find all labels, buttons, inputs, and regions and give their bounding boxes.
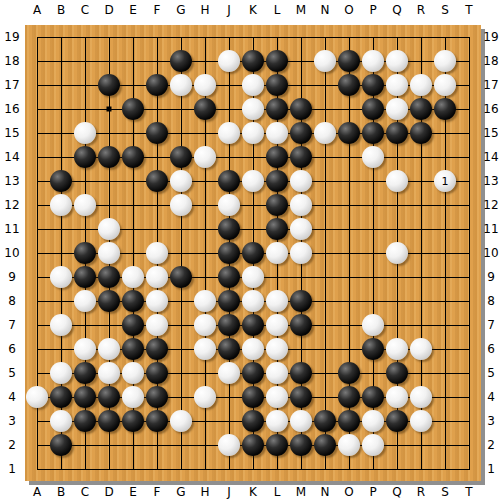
stone-black	[266, 98, 288, 120]
stone-black	[218, 314, 240, 336]
stone-black	[50, 434, 72, 456]
coord-label: 11	[483, 222, 498, 236]
stone-white	[50, 410, 72, 432]
coord-label: P	[369, 485, 376, 499]
go-board-screenshot: 1 ABCDEFGHJKLMNOPQRST ABCDEFGHJKLMNOPQRS…	[0, 0, 500, 500]
stone-white	[266, 314, 288, 336]
stone-black	[314, 434, 336, 456]
coord-label: 13	[4, 174, 19, 188]
coord-label: 3	[8, 414, 16, 428]
stone-white	[410, 386, 432, 408]
stone-black	[290, 434, 312, 456]
coord-label: L	[274, 485, 281, 499]
stone-white	[242, 74, 264, 96]
stone-white	[170, 194, 192, 216]
coord-label: 5	[8, 366, 16, 380]
stone-white	[170, 74, 192, 96]
stone-white	[50, 266, 72, 288]
coord-label: 8	[8, 294, 16, 308]
coord-label: L	[274, 3, 281, 17]
stone-white	[362, 50, 384, 72]
coord-label: O	[344, 485, 353, 499]
stone-black	[194, 98, 216, 120]
stone-black	[266, 146, 288, 168]
stone-black	[386, 362, 408, 384]
coord-label: 18	[483, 54, 498, 68]
stone-black	[146, 338, 168, 360]
coord-label: B	[57, 3, 65, 17]
coord-label: 15	[483, 126, 498, 140]
stone-white	[194, 146, 216, 168]
stone-black	[362, 386, 384, 408]
stone-black	[98, 386, 120, 408]
stone-black	[122, 314, 144, 336]
coord-label: 4	[8, 390, 16, 404]
stone-white	[266, 338, 288, 360]
coord-label: 19	[4, 30, 19, 44]
stone-white	[74, 194, 96, 216]
coord-label: K	[249, 485, 257, 499]
coord-label: 1	[8, 462, 16, 476]
stone-white	[170, 170, 192, 192]
coord-label: 2	[487, 438, 495, 452]
stone-black	[290, 314, 312, 336]
stone-black	[122, 98, 144, 120]
stone-black	[98, 266, 120, 288]
stone-white	[386, 98, 408, 120]
coord-label: 16	[4, 102, 19, 116]
coord-label: P	[369, 3, 376, 17]
coord-label: F	[154, 485, 161, 499]
stone-black	[362, 74, 384, 96]
stone-black	[242, 50, 264, 72]
coord-label: 4	[487, 390, 495, 404]
stone-black	[362, 122, 384, 144]
stone-black	[338, 74, 360, 96]
coord-label: T	[465, 485, 472, 499]
stone-white	[290, 218, 312, 240]
stone-black	[98, 410, 120, 432]
coord-label: 10	[4, 246, 19, 260]
coord-label: 3	[487, 414, 495, 428]
stone-white	[386, 74, 408, 96]
stone-white	[410, 74, 432, 96]
coord-label: B	[57, 485, 65, 499]
coord-label: 14	[4, 150, 19, 164]
stone-white	[290, 410, 312, 432]
stone-white	[266, 242, 288, 264]
stone-white	[362, 434, 384, 456]
stone-white	[242, 122, 264, 144]
coord-label: 18	[4, 54, 19, 68]
coord-label: C	[81, 3, 89, 17]
coord-label: 13	[483, 174, 498, 188]
stone-white	[50, 362, 72, 384]
stone-black	[242, 362, 264, 384]
stone-black	[410, 98, 432, 120]
stone-white	[218, 362, 240, 384]
move-number-label: 1	[442, 176, 449, 187]
stone-white	[410, 410, 432, 432]
stone-white	[146, 290, 168, 312]
coord-label: N	[321, 3, 330, 17]
stone-white	[242, 266, 264, 288]
coord-label: J	[227, 485, 231, 499]
coord-label: 6	[487, 342, 495, 356]
stone-black	[74, 410, 96, 432]
coord-label: R	[417, 485, 425, 499]
coord-label: E	[129, 485, 137, 499]
stone-white	[26, 386, 48, 408]
stone-black	[170, 146, 192, 168]
stone-white	[314, 122, 336, 144]
stone-black	[218, 218, 240, 240]
stone-white	[74, 338, 96, 360]
stone-white	[266, 362, 288, 384]
stone-black	[146, 410, 168, 432]
coord-label: C	[81, 485, 89, 499]
coord-label: 9	[487, 270, 495, 284]
stone-white	[290, 194, 312, 216]
stone-black	[338, 50, 360, 72]
coord-label: 19	[483, 30, 498, 44]
coord-label: T	[465, 3, 472, 17]
stone-black	[386, 410, 408, 432]
stone-black	[266, 194, 288, 216]
coord-label: M	[296, 485, 306, 499]
stone-black	[290, 386, 312, 408]
stone-black	[98, 290, 120, 312]
stone-black	[290, 146, 312, 168]
coord-label: M	[296, 3, 306, 17]
stone-black	[146, 386, 168, 408]
stone-white	[386, 170, 408, 192]
stone-black	[290, 362, 312, 384]
coord-label: 1	[487, 462, 495, 476]
coord-label: 16	[483, 102, 498, 116]
stone-white	[74, 290, 96, 312]
stone-black	[314, 410, 336, 432]
stone-black	[98, 74, 120, 96]
stone-white	[98, 362, 120, 384]
stone-black	[74, 146, 96, 168]
stone-white	[290, 242, 312, 264]
stone-black	[170, 50, 192, 72]
stone-white	[266, 122, 288, 144]
stone-black	[242, 434, 264, 456]
stone-white	[290, 170, 312, 192]
stone-black	[74, 386, 96, 408]
stone-white	[242, 290, 264, 312]
stone-black	[290, 290, 312, 312]
stone-white	[242, 170, 264, 192]
coord-label: O	[344, 3, 353, 17]
stone-black	[242, 314, 264, 336]
stone-white	[410, 338, 432, 360]
stone-black	[266, 434, 288, 456]
stone-black	[410, 122, 432, 144]
stone-white	[266, 386, 288, 408]
stone-white	[146, 242, 168, 264]
stone-black	[74, 242, 96, 264]
stone-black	[218, 242, 240, 264]
stone-black	[362, 98, 384, 120]
stone-white	[434, 50, 456, 72]
stone-black	[338, 410, 360, 432]
stone-black	[122, 146, 144, 168]
stone-white	[170, 410, 192, 432]
stone-black	[50, 170, 72, 192]
stone-black	[434, 98, 456, 120]
stone-white	[98, 338, 120, 360]
coord-label: N	[321, 485, 330, 499]
coord-label: 15	[4, 126, 19, 140]
coord-label: 10	[483, 246, 498, 260]
stone-white	[74, 122, 96, 144]
coord-label: 9	[8, 270, 16, 284]
stone-white	[194, 386, 216, 408]
coord-label: 6	[8, 342, 16, 356]
stone-black	[242, 410, 264, 432]
star-point	[107, 107, 112, 112]
stone-white	[434, 74, 456, 96]
stone-white	[362, 146, 384, 168]
coord-label: 7	[487, 318, 495, 332]
stone-white	[146, 266, 168, 288]
coord-label: D	[104, 485, 113, 499]
coord-label: H	[200, 3, 209, 17]
coord-label: F	[154, 3, 161, 17]
stone-white	[218, 194, 240, 216]
coord-label: 12	[4, 198, 19, 212]
stone-black	[338, 386, 360, 408]
stone-white	[98, 242, 120, 264]
coord-label: G	[176, 3, 185, 17]
coord-label: 7	[8, 318, 16, 332]
stone-black	[338, 122, 360, 144]
coord-label: S	[441, 3, 449, 17]
coord-label: 5	[487, 366, 495, 380]
stone-black	[218, 290, 240, 312]
stone-white	[122, 266, 144, 288]
stone-white	[218, 122, 240, 144]
coord-label: 2	[8, 438, 16, 452]
stone-white	[98, 218, 120, 240]
stone-black	[146, 170, 168, 192]
stone-white	[122, 386, 144, 408]
stone-white: 1	[434, 170, 456, 192]
stone-black	[338, 362, 360, 384]
stone-black	[146, 74, 168, 96]
stone-black	[146, 362, 168, 384]
coord-label: 8	[487, 294, 495, 308]
coord-label: H	[200, 485, 209, 499]
stone-white	[242, 338, 264, 360]
stone-white	[194, 74, 216, 96]
stone-white	[386, 242, 408, 264]
goban[interactable]: 1	[25, 25, 481, 481]
stone-black	[122, 338, 144, 360]
stone-white	[266, 290, 288, 312]
stone-black	[266, 74, 288, 96]
stone-black	[242, 242, 264, 264]
coord-label: 11	[4, 222, 19, 236]
stone-white	[338, 434, 360, 456]
stone-black	[50, 386, 72, 408]
stone-black	[386, 122, 408, 144]
stone-white	[50, 194, 72, 216]
stone-white	[314, 50, 336, 72]
stone-black	[290, 98, 312, 120]
stone-black	[122, 290, 144, 312]
coord-label: A	[33, 3, 41, 17]
stone-white	[386, 386, 408, 408]
stone-white	[242, 98, 264, 120]
stone-black	[146, 122, 168, 144]
stone-black	[74, 362, 96, 384]
stone-white	[194, 338, 216, 360]
stone-black	[242, 386, 264, 408]
stone-black	[218, 338, 240, 360]
stone-black	[218, 170, 240, 192]
coord-label: J	[227, 3, 231, 17]
stone-white	[146, 314, 168, 336]
coord-label: K	[249, 3, 257, 17]
coord-label: 12	[483, 198, 498, 212]
stone-black	[122, 410, 144, 432]
coord-label: D	[104, 3, 113, 17]
stone-white	[362, 314, 384, 336]
stone-black	[266, 50, 288, 72]
stone-white	[386, 338, 408, 360]
coord-label: E	[129, 3, 137, 17]
stone-black	[290, 122, 312, 144]
stone-black	[266, 218, 288, 240]
stone-white	[386, 50, 408, 72]
coord-label: R	[417, 3, 425, 17]
stone-white	[362, 410, 384, 432]
coord-label: 14	[483, 150, 498, 164]
stone-white	[266, 410, 288, 432]
coord-label: Q	[392, 485, 401, 499]
coord-label: A	[33, 485, 41, 499]
stone-white	[122, 362, 144, 384]
stone-black	[218, 266, 240, 288]
stone-white	[218, 50, 240, 72]
coord-label: 17	[4, 78, 19, 92]
stone-white	[218, 434, 240, 456]
stone-black	[170, 266, 192, 288]
coord-label: 17	[483, 78, 498, 92]
coord-label: Q	[392, 3, 401, 17]
coord-label: S	[441, 485, 449, 499]
stone-black	[74, 266, 96, 288]
stone-white	[50, 314, 72, 336]
stone-black	[98, 146, 120, 168]
coord-label: G	[176, 485, 185, 499]
stone-white	[194, 290, 216, 312]
stone-black	[266, 170, 288, 192]
stone-black	[362, 338, 384, 360]
stone-white	[194, 314, 216, 336]
